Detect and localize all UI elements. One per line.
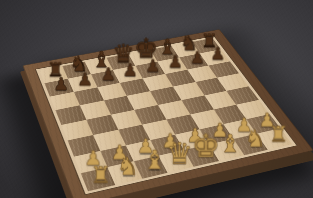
chess-board: ♜♞♝♛♚♝♞♜♟♟♟♟♟♟♟♟♟♟♟♟♟♟♟♟♜♞♝♛♚♝♞♜ (23, 29, 313, 198)
scene: ♜♞♝♛♚♝♞♜♟♟♟♟♟♟♟♟♟♟♟♟♟♟♟♟♜♞♝♛♚♝♞♜ (0, 0, 313, 198)
square-f2: ♟ (199, 124, 233, 145)
piece-white-pawn: ♟ (182, 126, 208, 145)
